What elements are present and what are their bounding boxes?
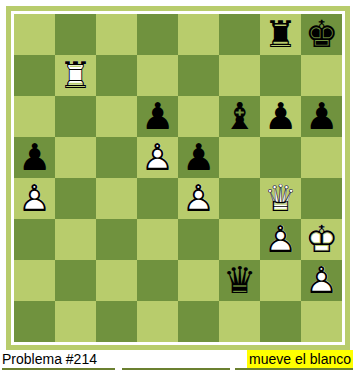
square-a3[interactable] (14, 219, 55, 260)
square-a8[interactable] (14, 14, 55, 55)
square-f5[interactable] (219, 137, 260, 178)
square-d1[interactable] (137, 301, 178, 342)
square-d5[interactable]: ♟♙ (137, 137, 178, 178)
square-g5[interactable] (260, 137, 301, 178)
footer-turn-cell: mueve el blanco (235, 350, 353, 370)
footer: Problema #214 mueve el blanco (2, 350, 353, 374)
square-h8[interactable]: ♚ (301, 14, 342, 55)
square-d8[interactable] (137, 14, 178, 55)
square-b2[interactable] (55, 260, 96, 301)
square-e2[interactable] (178, 260, 219, 301)
square-a7[interactable] (14, 55, 55, 96)
piece-white-rook: ♖ (55, 55, 96, 96)
square-d4[interactable] (137, 178, 178, 219)
piece-white-pawn: ♙ (137, 137, 178, 178)
piece-black-king: ♚ (301, 14, 342, 55)
square-g3[interactable]: ♟♙ (260, 219, 301, 260)
square-f7[interactable] (219, 55, 260, 96)
board-frame: ♜♚♜♖♟♝♟♟♟♟♙♟♟♙♟♙♛♕♟♙♚♔♛♟♙ (6, 6, 350, 350)
turn-indicator: mueve el blanco (247, 350, 353, 368)
square-c1[interactable] (96, 301, 137, 342)
square-f4[interactable] (219, 178, 260, 219)
piece-black-pawn: ♟ (137, 96, 178, 137)
square-f3[interactable] (219, 219, 260, 260)
square-f6[interactable]: ♝ (219, 96, 260, 137)
square-b3[interactable] (55, 219, 96, 260)
piece-white-king-fill: ♚ (301, 219, 342, 260)
piece-white-queen: ♕ (260, 178, 301, 219)
square-h1[interactable] (301, 301, 342, 342)
piece-white-pawn: ♙ (14, 178, 55, 219)
piece-black-rook: ♜ (260, 14, 301, 55)
problem-label: Problema #214 (2, 351, 97, 367)
square-b8[interactable] (55, 14, 96, 55)
square-g8[interactable]: ♜ (260, 14, 301, 55)
square-a6[interactable] (14, 96, 55, 137)
square-e4[interactable]: ♟♙ (178, 178, 219, 219)
square-c4[interactable] (96, 178, 137, 219)
square-d3[interactable] (137, 219, 178, 260)
piece-black-pawn: ♟ (301, 96, 342, 137)
square-g6[interactable]: ♟ (260, 96, 301, 137)
piece-white-pawn-fill: ♟ (14, 178, 55, 219)
square-g2[interactable] (260, 260, 301, 301)
square-b5[interactable] (55, 137, 96, 178)
square-a5[interactable]: ♟ (14, 137, 55, 178)
square-b1[interactable] (55, 301, 96, 342)
square-g4[interactable]: ♛♕ (260, 178, 301, 219)
footer-problem-cell: Problema #214 (2, 350, 115, 370)
piece-white-king: ♔ (301, 219, 342, 260)
square-f2[interactable]: ♛ (219, 260, 260, 301)
piece-white-queen-fill: ♛ (260, 178, 301, 219)
piece-black-pawn: ♟ (260, 96, 301, 137)
square-c3[interactable] (96, 219, 137, 260)
piece-white-pawn: ♙ (178, 178, 219, 219)
piece-black-queen: ♛ (219, 260, 260, 301)
square-h6[interactable]: ♟ (301, 96, 342, 137)
square-a2[interactable] (14, 260, 55, 301)
piece-black-pawn: ♟ (14, 137, 55, 178)
square-d6[interactable]: ♟ (137, 96, 178, 137)
square-h4[interactable] (301, 178, 342, 219)
square-f8[interactable] (219, 14, 260, 55)
square-b6[interactable] (55, 96, 96, 137)
piece-white-pawn-fill: ♟ (301, 260, 342, 301)
piece-white-pawn: ♙ (301, 260, 342, 301)
square-h3[interactable]: ♚♔ (301, 219, 342, 260)
square-c6[interactable] (96, 96, 137, 137)
square-e7[interactable] (178, 55, 219, 96)
piece-black-pawn: ♟ (178, 137, 219, 178)
square-h7[interactable] (301, 55, 342, 96)
piece-white-pawn-fill: ♟ (137, 137, 178, 178)
piece-white-rook-fill: ♜ (55, 55, 96, 96)
square-e1[interactable] (178, 301, 219, 342)
piece-white-pawn-fill: ♟ (260, 219, 301, 260)
square-h5[interactable] (301, 137, 342, 178)
square-c2[interactable] (96, 260, 137, 301)
square-g1[interactable] (260, 301, 301, 342)
square-c5[interactable] (96, 137, 137, 178)
square-f1[interactable] (219, 301, 260, 342)
square-c7[interactable] (96, 55, 137, 96)
square-a1[interactable] (14, 301, 55, 342)
chess-board: ♜♚♜♖♟♝♟♟♟♟♙♟♟♙♟♙♛♕♟♙♚♔♛♟♙ (14, 14, 342, 342)
square-b7[interactable]: ♜♖ (55, 55, 96, 96)
square-e3[interactable] (178, 219, 219, 260)
piece-white-pawn-fill: ♟ (178, 178, 219, 219)
square-c8[interactable] (96, 14, 137, 55)
square-b4[interactable] (55, 178, 96, 219)
square-a4[interactable]: ♟♙ (14, 178, 55, 219)
piece-white-pawn: ♙ (260, 219, 301, 260)
square-e8[interactable] (178, 14, 219, 55)
square-g7[interactable] (260, 55, 301, 96)
square-d2[interactable] (137, 260, 178, 301)
piece-black-bishop: ♝ (219, 96, 260, 137)
square-e5[interactable]: ♟ (178, 137, 219, 178)
footer-middle-cell (122, 350, 230, 370)
square-h2[interactable]: ♟♙ (301, 260, 342, 301)
board-inner-border: ♜♚♜♖♟♝♟♟♟♟♙♟♟♙♟♙♛♕♟♙♚♔♛♟♙ (11, 11, 345, 345)
square-d7[interactable] (137, 55, 178, 96)
square-e6[interactable] (178, 96, 219, 137)
